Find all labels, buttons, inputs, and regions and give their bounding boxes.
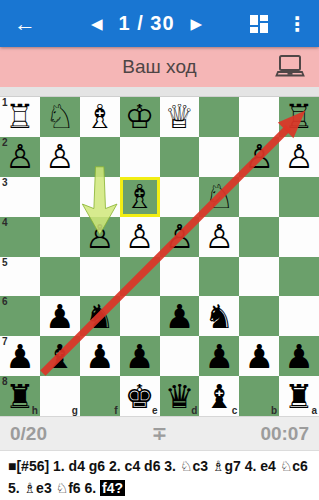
square-h3[interactable]: 3 <box>0 177 40 217</box>
square-f4[interactable]: ♙ <box>80 217 120 257</box>
square-g5[interactable] <box>40 257 80 297</box>
square-a7[interactable]: ♟ <box>279 336 319 376</box>
square-e7[interactable]: ♟ <box>120 336 160 376</box>
square-f7[interactable]: ♟ <box>80 336 120 376</box>
square-a2[interactable]: ♙ <box>279 137 319 177</box>
file-label: d <box>191 405 197 416</box>
square-d1[interactable]: ♕ <box>160 97 200 137</box>
white-piece-h1: ♖ <box>5 100 35 133</box>
white-piece-c4: ♙ <box>205 220 235 253</box>
square-c8[interactable]: ♝c <box>199 376 239 416</box>
square-g4[interactable] <box>40 217 80 257</box>
rank-label: 5 <box>2 257 8 268</box>
current-move[interactable]: f4? <box>100 480 125 496</box>
file-label: f <box>114 405 117 416</box>
square-h5[interactable]: 5 <box>0 257 40 297</box>
square-c5[interactable] <box>199 257 239 297</box>
rank-label: 1 <box>2 97 8 108</box>
white-piece-a2: ♙ <box>284 140 314 173</box>
square-b4[interactable] <box>239 217 279 257</box>
white-piece-g2: ♙ <box>45 140 75 173</box>
square-b6[interactable] <box>239 296 279 336</box>
square-h6[interactable]: 6 <box>0 296 40 336</box>
square-d7[interactable] <box>160 336 200 376</box>
file-label: g <box>72 405 78 416</box>
square-a4[interactable] <box>279 217 319 257</box>
overflow-menu-icon[interactable]: ⋮ <box>287 12 307 36</box>
square-b1[interactable] <box>239 97 279 137</box>
black-piece-c6: ♞ <box>205 300 235 333</box>
rank-label: 3 <box>2 177 8 188</box>
puzzle-counter: 1 / 30 <box>118 12 174 35</box>
rank-label: 8 <box>2 376 8 387</box>
black-piece-a8: ♜ <box>284 380 314 413</box>
black-piece-a7: ♟ <box>284 340 314 373</box>
square-e8[interactable]: ♚e <box>120 376 160 416</box>
white-piece-f1: ♗ <box>85 100 115 133</box>
square-f3[interactable] <box>80 177 120 217</box>
square-b7[interactable]: ♟ <box>239 336 279 376</box>
square-g6[interactable]: ♟ <box>40 296 80 336</box>
square-c1[interactable] <box>199 97 239 137</box>
turn-indicator-bar: Ваш ход <box>0 47 319 87</box>
square-e6[interactable] <box>120 296 160 336</box>
divider <box>0 87 319 97</box>
laptop-icon[interactable] <box>275 54 305 80</box>
white-piece-e4: ♙ <box>125 220 155 253</box>
file-label: a <box>311 405 317 416</box>
square-h1[interactable]: ♖1 <box>0 97 40 137</box>
white-piece-e1: ♔ <box>125 100 155 133</box>
square-a5[interactable] <box>279 257 319 297</box>
square-d6[interactable]: ♟ <box>160 296 200 336</box>
moves-text: ■[#56] 1. d4 g6 2. c4 d6 3. ♘c3 ♗g7 4. e… <box>8 458 308 496</box>
square-g8[interactable]: g <box>40 376 80 416</box>
move-list[interactable]: ■[#56] 1. d4 g6 2. c4 d6 3. ♘c3 ♗g7 4. e… <box>0 451 319 499</box>
square-d8[interactable]: ♛d <box>160 376 200 416</box>
turn-text: Ваш ход <box>122 56 196 78</box>
square-c3[interactable]: ♘ <box>199 177 239 217</box>
square-b8[interactable]: b <box>239 376 279 416</box>
rank-label: 7 <box>2 336 8 347</box>
square-b3[interactable] <box>239 177 279 217</box>
square-e5[interactable] <box>120 257 160 297</box>
square-d4[interactable]: ♙ <box>160 217 200 257</box>
square-d5[interactable] <box>160 257 200 297</box>
black-piece-d6: ♟ <box>165 300 195 333</box>
square-c4[interactable]: ♙ <box>199 217 239 257</box>
square-b2[interactable]: ♙ <box>239 137 279 177</box>
square-c6[interactable]: ♞ <box>199 296 239 336</box>
square-f5[interactable] <box>80 257 120 297</box>
square-h4[interactable]: 4 <box>0 217 40 257</box>
puzzle-navigation: ◀ 1 / 30 ▶ <box>44 11 249 37</box>
prev-puzzle-icon[interactable]: ◀ <box>85 11 109 37</box>
rank-label: 4 <box>2 217 8 228</box>
square-b5[interactable] <box>239 257 279 297</box>
file-label: e <box>152 405 158 416</box>
square-h8[interactable]: ♜8h <box>0 376 40 416</box>
black-piece-f6: ♞ <box>85 300 115 333</box>
black-piece-f7: ♟ <box>85 340 115 373</box>
score-bar: 0/20 ∓ 00:07 <box>0 416 319 451</box>
square-f1[interactable]: ♗ <box>80 97 120 137</box>
file-label: h <box>32 405 38 416</box>
black-piece-c7: ♟ <box>205 340 235 373</box>
evaluation-symbol: ∓ <box>0 422 319 445</box>
next-puzzle-icon[interactable]: ▶ <box>185 11 209 37</box>
black-piece-b7: ♟ <box>244 340 274 373</box>
black-piece-h7: ♟ <box>5 340 35 373</box>
black-piece-e8: ♚ <box>125 380 155 413</box>
square-g3[interactable] <box>40 177 80 217</box>
square-d3[interactable] <box>160 177 200 217</box>
white-piece-e3: ♗ <box>125 180 155 213</box>
square-d2[interactable] <box>160 137 200 177</box>
square-c7[interactable]: ♟ <box>199 336 239 376</box>
black-piece-h8: ♜ <box>5 380 35 413</box>
black-piece-g6: ♟ <box>45 300 75 333</box>
white-piece-d4: ♙ <box>165 220 195 253</box>
square-a1[interactable]: ♖ <box>279 97 319 137</box>
black-piece-e7: ♟ <box>125 340 155 373</box>
white-piece-b2: ♙ <box>244 140 274 173</box>
black-piece-g7: ♝ <box>45 340 75 373</box>
square-e2[interactable] <box>120 137 160 177</box>
white-piece-d1: ♕ <box>165 100 195 133</box>
square-c2[interactable] <box>199 137 239 177</box>
dashboard-icon[interactable] <box>249 14 269 34</box>
rank-label: 2 <box>2 137 8 148</box>
file-label: c <box>232 405 238 416</box>
rank-label: 6 <box>2 296 8 307</box>
white-piece-g1: ♘ <box>45 100 75 133</box>
file-label: b <box>271 405 277 416</box>
white-piece-h2: ♙ <box>5 140 35 173</box>
white-piece-c3: ♘ <box>205 180 235 213</box>
square-h2[interactable]: ♙2 <box>0 137 40 177</box>
square-e3[interactable]: ♗ <box>120 177 160 217</box>
square-g2[interactable]: ♙ <box>40 137 80 177</box>
square-a8[interactable]: ♜a <box>279 376 319 416</box>
square-a3[interactable] <box>279 177 319 217</box>
square-h7[interactable]: ♟7 <box>0 336 40 376</box>
square-g1[interactable]: ♘ <box>40 97 80 137</box>
black-piece-c8: ♝ <box>205 380 235 413</box>
square-f6[interactable]: ♞ <box>80 296 120 336</box>
square-f2[interactable] <box>80 137 120 177</box>
white-piece-f4: ♙ <box>85 220 115 253</box>
square-e1[interactable]: ♔ <box>120 97 160 137</box>
square-f8[interactable]: f <box>80 376 120 416</box>
square-e4[interactable]: ♙ <box>120 217 160 257</box>
back-icon[interactable]: ← <box>14 11 44 37</box>
black-piece-d8: ♛ <box>165 380 195 413</box>
chess-board: ♖1♘♗♔♕♖♙2♙♙♙3♗♘4♙♙♙♙56♟♞♟♞♟7♝♟♟♟♟♟♜8hgf♚… <box>0 97 319 416</box>
app-bar: ← ◀ 1 / 30 ▶ ⋮ <box>0 0 319 47</box>
white-piece-a1: ♖ <box>284 100 314 133</box>
square-a6[interactable] <box>279 296 319 336</box>
square-g7[interactable]: ♝ <box>40 336 80 376</box>
